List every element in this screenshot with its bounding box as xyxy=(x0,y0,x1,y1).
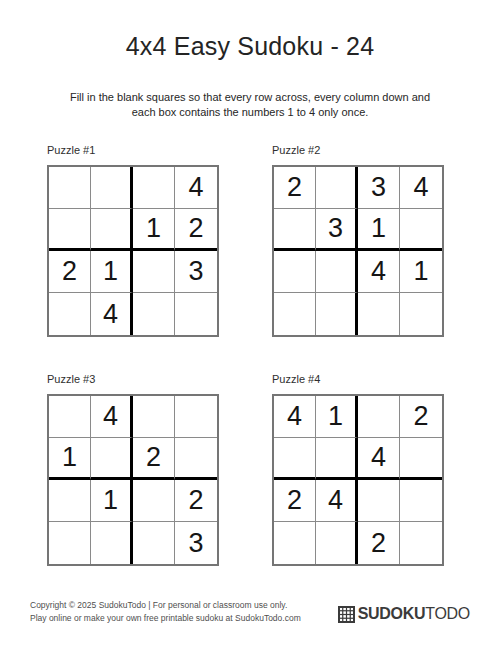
logo-wordmark-todo: TODO xyxy=(425,605,470,622)
sudoku-board-1: 4122134 xyxy=(47,165,219,337)
cell-r4c4 xyxy=(175,293,217,335)
grid-logo-icon xyxy=(338,606,358,623)
cell-r2c1 xyxy=(274,209,316,251)
cell-r3c2: 1 xyxy=(91,480,133,522)
cell-r2c2 xyxy=(91,438,133,480)
cell-r1c3 xyxy=(133,167,175,209)
cell-r4c4: 3 xyxy=(175,522,217,564)
cell-r4c4 xyxy=(400,293,442,335)
cell-r4c2 xyxy=(316,293,358,335)
cell-r3c2: 4 xyxy=(316,480,358,522)
puzzle-4: Puzzle #4 4124242 xyxy=(272,373,444,566)
cell-r3c2 xyxy=(316,251,358,293)
cell-r3c3 xyxy=(133,480,175,522)
cell-r3c1: 2 xyxy=(49,251,91,293)
sudoku-board-2: 2343141 xyxy=(272,165,444,337)
cell-r4c3: 2 xyxy=(358,522,400,564)
cell-r1c2: 4 xyxy=(91,396,133,438)
cell-r1c4: 2 xyxy=(400,396,442,438)
cell-r2c2 xyxy=(91,209,133,251)
cell-r2c1 xyxy=(274,438,316,480)
cell-r3c1 xyxy=(49,480,91,522)
instructions-line-2: each box contains the numbers 1 to 4 onl… xyxy=(0,105,500,120)
cell-r3c4: 3 xyxy=(175,251,217,293)
cell-r3c4: 2 xyxy=(175,480,217,522)
cell-r2c4: 2 xyxy=(175,209,217,251)
cell-r2c3: 4 xyxy=(358,438,400,480)
cell-r1c2 xyxy=(91,167,133,209)
cell-r4c2 xyxy=(316,522,358,564)
cell-r3c1: 2 xyxy=(274,480,316,522)
sudoku-board-3: 412123 xyxy=(47,394,219,566)
cell-r2c4 xyxy=(400,438,442,480)
logo-wordmark-sudoku: SUDOKU xyxy=(358,605,426,622)
sudoku-board-4: 4124242 xyxy=(272,394,444,566)
sudokutodo-logo: SUDOKUTODO xyxy=(338,603,470,625)
cell-r4c2: 4 xyxy=(91,293,133,335)
puzzle-1-label: Puzzle #1 xyxy=(47,144,219,156)
cell-r2c3: 1 xyxy=(358,209,400,251)
instructions-line-1: Fill in the blank squares so that every … xyxy=(0,90,500,105)
cell-r2c2: 3 xyxy=(316,209,358,251)
puzzle-1: Puzzle #1 4122134 xyxy=(47,144,219,337)
cell-r1c1: 2 xyxy=(274,167,316,209)
cell-r1c4: 4 xyxy=(175,167,217,209)
cell-r3c4 xyxy=(400,480,442,522)
cell-r4c4 xyxy=(400,522,442,564)
footer-text: Copyright © 2025 SudokuTodo | For person… xyxy=(30,599,301,625)
instructions: Fill in the blank squares so that every … xyxy=(0,90,500,120)
cell-r1c3 xyxy=(358,396,400,438)
cell-r4c3 xyxy=(133,293,175,335)
cell-r1c1 xyxy=(49,396,91,438)
cell-r2c4 xyxy=(400,209,442,251)
cell-r3c4: 1 xyxy=(400,251,442,293)
cell-r2c4 xyxy=(175,438,217,480)
cell-r4c3 xyxy=(133,522,175,564)
footer-promo: Play online or make your own free printa… xyxy=(30,612,301,625)
cell-r2c3: 1 xyxy=(133,209,175,251)
cell-r2c1 xyxy=(49,209,91,251)
cell-r2c1: 1 xyxy=(49,438,91,480)
cell-r2c2 xyxy=(316,438,358,480)
cell-r1c4: 4 xyxy=(400,167,442,209)
cell-r1c2 xyxy=(316,167,358,209)
cell-r4c1 xyxy=(274,293,316,335)
cell-r1c4 xyxy=(175,396,217,438)
cell-r3c3 xyxy=(133,251,175,293)
cell-r4c1 xyxy=(49,293,91,335)
cell-r4c3 xyxy=(358,293,400,335)
cell-r4c2 xyxy=(91,522,133,564)
cell-r3c1 xyxy=(274,251,316,293)
cell-r3c2: 1 xyxy=(91,251,133,293)
cell-r1c3: 3 xyxy=(358,167,400,209)
puzzle-3: Puzzle #3 412123 xyxy=(47,373,219,566)
cell-r3c3 xyxy=(358,480,400,522)
cell-r1c2: 1 xyxy=(316,396,358,438)
puzzle-3-label: Puzzle #3 xyxy=(47,373,219,385)
cell-r4c1 xyxy=(49,522,91,564)
cell-r1c3 xyxy=(133,396,175,438)
cell-r1c1: 4 xyxy=(274,396,316,438)
cell-r3c3: 4 xyxy=(358,251,400,293)
puzzle-2-label: Puzzle #2 xyxy=(272,144,444,156)
cell-r2c3: 2 xyxy=(133,438,175,480)
puzzle-2: Puzzle #2 2343141 xyxy=(272,144,444,337)
footer-copyright: Copyright © 2025 SudokuTodo | For person… xyxy=(30,599,301,612)
page-title: 4x4 Easy Sudoku - 24 xyxy=(0,32,500,61)
logo-wordmark: SUDOKUTODO xyxy=(358,605,470,623)
cell-r1c1 xyxy=(49,167,91,209)
cell-r4c1 xyxy=(274,522,316,564)
puzzle-4-label: Puzzle #4 xyxy=(272,373,444,385)
